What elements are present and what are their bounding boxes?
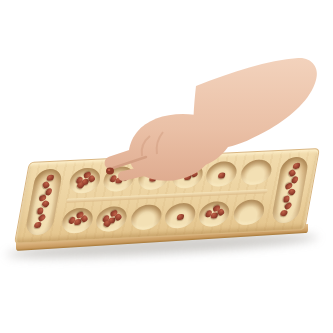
seed xyxy=(155,171,164,180)
seed xyxy=(293,163,301,169)
pit-top-2[interactable] xyxy=(102,165,136,191)
seed xyxy=(176,214,184,220)
seed xyxy=(218,172,226,178)
left-store-hollow xyxy=(24,168,63,235)
pit-bottom-4[interactable] xyxy=(163,202,197,228)
pit-bottom-1[interactable] xyxy=(61,207,95,233)
product-photo-canvas xyxy=(0,0,333,333)
seed xyxy=(288,188,297,197)
seed xyxy=(46,175,54,181)
pit-bottom-3[interactable] xyxy=(129,204,163,230)
seed xyxy=(280,210,289,217)
seed xyxy=(121,173,130,182)
pit-top-1[interactable] xyxy=(68,167,102,193)
pit-bottom-5[interactable] xyxy=(197,200,231,226)
seed xyxy=(291,176,300,184)
seed xyxy=(190,169,199,178)
right-store-hollow xyxy=(271,156,310,223)
pit-top-3[interactable] xyxy=(136,164,170,190)
pit-top-4[interactable] xyxy=(171,162,205,188)
seed xyxy=(33,222,42,229)
mancala-board xyxy=(14,148,318,242)
pit-top-5[interactable] xyxy=(205,160,239,186)
knuckle-shading xyxy=(142,132,163,156)
pit-bottom-2[interactable] xyxy=(95,205,129,231)
pit-bottom-6[interactable] xyxy=(232,199,266,225)
seed xyxy=(284,201,293,210)
board-surface xyxy=(14,148,320,244)
pit-top-6[interactable] xyxy=(239,159,273,185)
